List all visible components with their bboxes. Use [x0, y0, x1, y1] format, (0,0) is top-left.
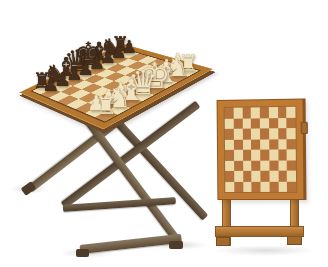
- product-photo-scene: ♜♞♝♛♚♝♞♜♟♟♟♟♟♟♟♟♟♟♟♟♟♟♟♟♜♞♝♛♚♝♞♜: [0, 0, 328, 267]
- folded-square-f5: [269, 139, 278, 150]
- folded-square-d1: [252, 181, 261, 192]
- folded-square-g4: [278, 149, 287, 160]
- black-king: ♚: [68, 22, 108, 68]
- folded-square-d6: [251, 128, 260, 139]
- folded-square-g3: [278, 160, 287, 171]
- folded-square-d4: [251, 150, 260, 161]
- folded-square-h8: [286, 107, 295, 118]
- folded-square-b3: [234, 160, 243, 171]
- black-pawn: ♟: [99, 14, 139, 60]
- folded-square-d5: [251, 139, 260, 150]
- folded-square-h3: [287, 160, 296, 171]
- folded-square-b1: [234, 181, 243, 192]
- black-bishop: ♝: [79, 16, 119, 62]
- white-knight: ♞: [99, 63, 139, 109]
- folded-square-g6: [278, 128, 287, 139]
- black-knight: ♞: [90, 11, 130, 57]
- pieces-layer: ♜♞♝♛♚♝♞♜♟♟♟♟♟♟♟♟♟♟♟♟♟♟♟♟♜♞♝♛♚♝♞♜: [0, 0, 232, 267]
- folded-square-b5: [234, 139, 243, 150]
- folded-square-d2: [252, 171, 261, 182]
- folded-square-b6: [234, 129, 243, 140]
- folded-square-e8: [260, 107, 269, 118]
- white-knight: ♞: [157, 32, 197, 78]
- white-pawn: ♟: [124, 40, 164, 86]
- folded-square-g8: [278, 107, 287, 118]
- white-pawn: ♟: [101, 53, 141, 99]
- folded-square-f8: [269, 107, 278, 118]
- folded-square-f7: [269, 118, 278, 129]
- folded-square-c7: [242, 118, 251, 129]
- folded-square-e5: [260, 139, 269, 150]
- folded-square-f6: [269, 128, 278, 139]
- folded-square-c2: [243, 171, 252, 182]
- folded-square-e6: [260, 128, 269, 139]
- folded-square-h7: [287, 117, 296, 128]
- folded-square-b7: [233, 118, 242, 129]
- folded-square-g7: [278, 118, 287, 129]
- black-pawn: ♟: [77, 24, 117, 70]
- folded-square-e1: [260, 181, 269, 192]
- folded-square-c4: [243, 150, 252, 161]
- folded-square-b2: [234, 171, 243, 182]
- folded-square-d3: [251, 160, 260, 171]
- black-rook: ♜: [100, 6, 140, 52]
- white-rook: ♜: [86, 70, 126, 116]
- folded-square-h5: [287, 139, 296, 150]
- folded-square-b4: [234, 150, 243, 161]
- folded-square-c5: [242, 139, 251, 150]
- folded-square-c8: [242, 107, 251, 118]
- black-knight: ♞: [34, 38, 74, 84]
- folded-square-f2: [269, 171, 278, 182]
- white-bishop: ♝: [111, 57, 151, 103]
- black-pawn: ♟: [43, 41, 83, 87]
- folded-square-b8: [233, 108, 242, 119]
- folded-playing-area: [225, 107, 297, 192]
- black-pawn: ♟: [66, 30, 106, 76]
- white-bishop: ♝: [146, 38, 186, 84]
- folded-square-c6: [242, 129, 251, 140]
- chess-table-open: ♜♞♝♛♚♝♞♜♟♟♟♟♟♟♟♟♟♟♟♟♟♟♟♟♜♞♝♛♚♝♞♜: [0, 0, 232, 267]
- black-rook: ♜: [22, 44, 62, 90]
- black-pawn: ♟: [54, 35, 94, 81]
- white-pawn: ♟: [113, 47, 153, 93]
- black-pawn: ♟: [88, 19, 128, 65]
- white-pawn: ♟: [76, 66, 116, 112]
- folded-square-h2: [287, 171, 296, 182]
- folded-square-h6: [287, 128, 296, 139]
- folded-square-e2: [260, 171, 269, 182]
- hinge-tab: [301, 122, 308, 134]
- folded-square-g5: [278, 139, 287, 150]
- folded-square-e4: [260, 150, 269, 161]
- white-queen: ♛: [123, 50, 163, 96]
- white-pawn: ♟: [136, 34, 176, 80]
- folded-square-f4: [269, 149, 278, 160]
- black-bishop: ♝: [46, 32, 86, 78]
- white-king: ♚: [135, 44, 175, 90]
- folded-square-f1: [269, 181, 278, 192]
- white-rook: ♜: [168, 26, 208, 72]
- folded-square-g1: [278, 181, 287, 192]
- white-pawn: ♟: [157, 23, 197, 69]
- folded-square-d7: [251, 118, 260, 129]
- folded-square-g2: [278, 171, 287, 182]
- folded-square-e7: [260, 118, 269, 129]
- folded-square-h4: [287, 149, 296, 160]
- folded-square-h1: [287, 181, 296, 192]
- black-pawn: ♟: [109, 9, 149, 55]
- black-pawn: ♟: [31, 47, 71, 93]
- white-pawn: ♟: [147, 29, 187, 75]
- folded-square-c3: [243, 160, 252, 171]
- folded-square-f3: [269, 160, 278, 171]
- folded-foot-right: [287, 236, 302, 245]
- folded-square-d8: [251, 107, 260, 118]
- black-queen: ♛: [57, 27, 97, 73]
- folded-square-e3: [260, 160, 269, 171]
- folded-square-c1: [243, 181, 252, 192]
- white-pawn: ♟: [89, 59, 129, 105]
